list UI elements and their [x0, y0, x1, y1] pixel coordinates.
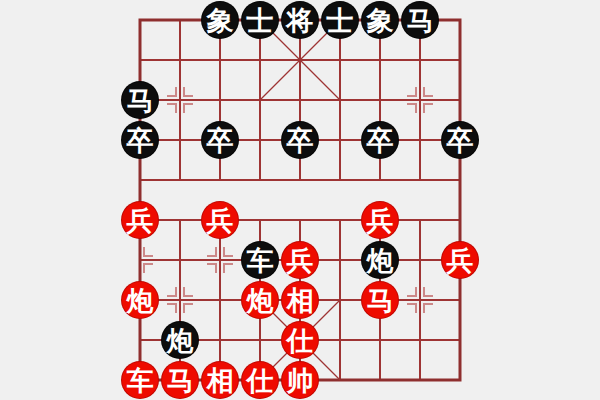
red-cannon[interactable]: 炮 [121, 281, 159, 319]
black-cannon[interactable]: 炮 [161, 321, 199, 359]
black-elephant[interactable]: 象 [201, 1, 239, 39]
black-advisor[interactable]: 士 [241, 1, 279, 39]
pieces-layer: 象士将士象马马卒卒卒卒卒车炮炮兵兵兵兵兵炮炮相马仕车马相仕帅 [120, 0, 480, 400]
red-elephant[interactable]: 相 [201, 361, 239, 399]
black-advisor[interactable]: 士 [321, 1, 359, 39]
black-chariot[interactable]: 车 [241, 241, 279, 279]
red-soldier[interactable]: 兵 [201, 201, 239, 239]
red-soldier[interactable]: 兵 [281, 241, 319, 279]
black-general[interactable]: 将 [281, 1, 319, 39]
black-horse[interactable]: 马 [121, 81, 159, 119]
black-soldier[interactable]: 卒 [121, 121, 159, 159]
red-horse[interactable]: 马 [161, 361, 199, 399]
red-soldier[interactable]: 兵 [361, 201, 399, 239]
black-cannon[interactable]: 炮 [361, 241, 399, 279]
red-soldier[interactable]: 兵 [121, 201, 159, 239]
red-soldier[interactable]: 兵 [441, 241, 479, 279]
black-soldier[interactable]: 卒 [361, 121, 399, 159]
red-chariot[interactable]: 车 [121, 361, 159, 399]
red-horse[interactable]: 马 [361, 281, 399, 319]
xiangqi-board: 象士将士象马马卒卒卒卒卒车炮炮兵兵兵兵兵炮炮相马仕车马相仕帅 [0, 0, 600, 400]
black-soldier[interactable]: 卒 [201, 121, 239, 159]
red-elephant[interactable]: 相 [281, 281, 319, 319]
red-advisor[interactable]: 仕 [241, 361, 279, 399]
red-cannon[interactable]: 炮 [241, 281, 279, 319]
black-elephant[interactable]: 象 [361, 1, 399, 39]
black-soldier[interactable]: 卒 [441, 121, 479, 159]
red-general[interactable]: 帅 [281, 361, 319, 399]
red-advisor[interactable]: 仕 [281, 321, 319, 359]
black-horse[interactable]: 马 [401, 1, 439, 39]
black-soldier[interactable]: 卒 [281, 121, 319, 159]
